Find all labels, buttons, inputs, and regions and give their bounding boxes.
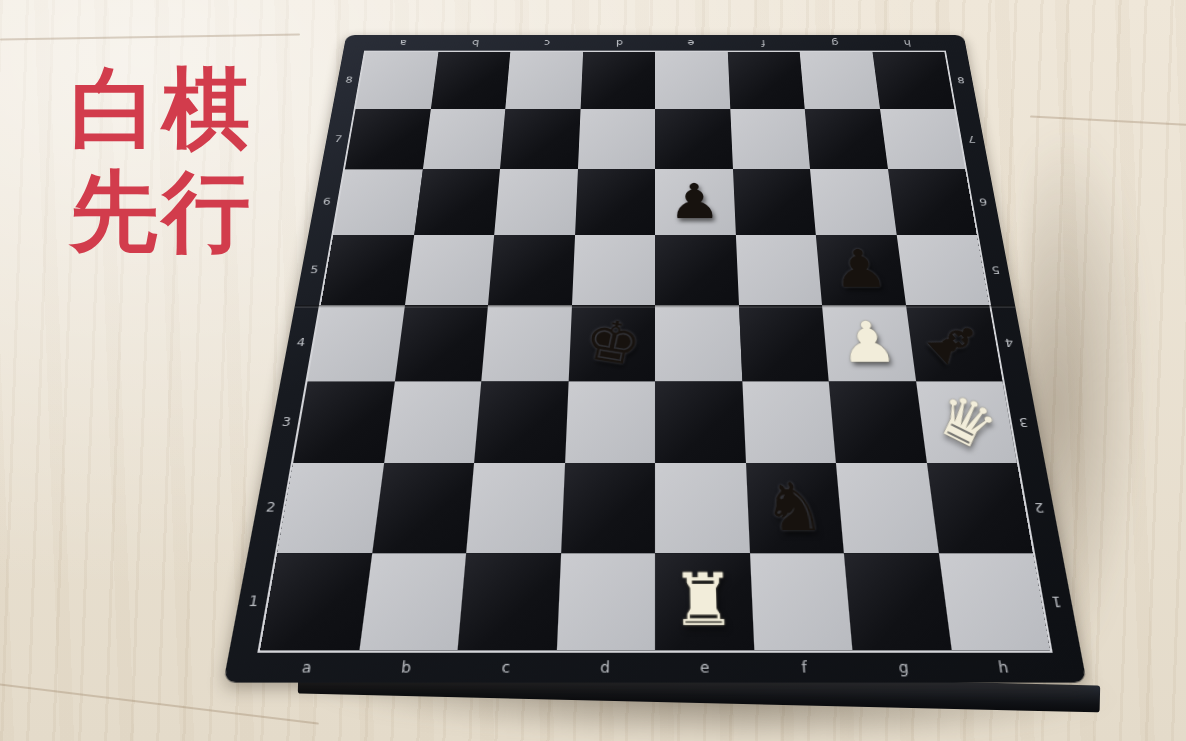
square-h1 bbox=[938, 553, 1050, 651]
square-h4: ♝ bbox=[906, 305, 1003, 381]
square-a6 bbox=[333, 169, 422, 234]
square-h3: ♛ bbox=[916, 381, 1017, 463]
table-plank-seam bbox=[0, 681, 319, 724]
square-c4 bbox=[481, 305, 571, 381]
square-h6 bbox=[888, 169, 977, 234]
file-label-top-e: e bbox=[655, 35, 727, 52]
square-d8 bbox=[580, 52, 655, 109]
square-e6: ♟ bbox=[655, 169, 735, 234]
square-d5 bbox=[572, 235, 656, 305]
square-h8 bbox=[872, 52, 954, 109]
square-a8 bbox=[356, 52, 438, 109]
square-e7 bbox=[655, 109, 733, 170]
square-b5 bbox=[405, 235, 495, 305]
square-g1 bbox=[844, 553, 951, 651]
square-a2 bbox=[277, 463, 383, 552]
file-label-top-d: d bbox=[583, 35, 655, 52]
square-b7 bbox=[422, 109, 505, 170]
square-b1 bbox=[359, 553, 466, 651]
table-plank-seam bbox=[0, 33, 300, 40]
square-g7 bbox=[805, 109, 888, 170]
square-e2 bbox=[655, 463, 749, 552]
caption-line-2: 先行 bbox=[70, 161, 254, 264]
square-b2 bbox=[372, 463, 474, 552]
square-c2 bbox=[466, 463, 564, 552]
square-a1 bbox=[260, 553, 372, 651]
square-a4 bbox=[308, 305, 405, 381]
square-e1: ♜ bbox=[655, 553, 754, 651]
square-c8 bbox=[505, 52, 582, 109]
file-label-top-g: g bbox=[798, 35, 872, 52]
file-label-top-a: a bbox=[366, 35, 441, 52]
file-labels-bottom: abcdefgh bbox=[254, 650, 1055, 682]
square-e3 bbox=[655, 381, 745, 463]
square-c3 bbox=[474, 381, 568, 463]
chess-board: abcdefgh abcdefgh 87654321 87654321 ♟♟♚♟… bbox=[223, 35, 1087, 683]
table-plank-seam bbox=[1030, 116, 1186, 127]
square-f2: ♞ bbox=[745, 463, 843, 552]
file-label-bottom-f: f bbox=[754, 650, 856, 682]
square-h2 bbox=[926, 463, 1032, 552]
square-g5: ♟ bbox=[816, 235, 906, 305]
square-f6 bbox=[733, 169, 816, 234]
file-label-top-b: b bbox=[438, 35, 512, 52]
board-hinge-seam bbox=[295, 305, 1016, 308]
square-e4 bbox=[655, 305, 742, 381]
square-f8 bbox=[727, 52, 804, 109]
square-h5 bbox=[896, 235, 989, 305]
white-rook-e1: ♜ bbox=[655, 553, 754, 651]
square-e5 bbox=[655, 235, 739, 305]
board-grid: ♟♟♚♟♝♛♞♜ bbox=[260, 52, 1050, 650]
square-b8 bbox=[430, 52, 510, 109]
caption-text: 白棋 先行 bbox=[70, 58, 254, 264]
file-label-top-h: h bbox=[870, 35, 945, 52]
square-f1 bbox=[749, 553, 852, 651]
square-b3 bbox=[384, 381, 482, 463]
square-a5 bbox=[321, 235, 414, 305]
square-g3 bbox=[829, 381, 927, 463]
square-f4 bbox=[739, 305, 829, 381]
square-b6 bbox=[414, 169, 500, 234]
square-a3 bbox=[293, 381, 394, 463]
square-c1 bbox=[458, 553, 561, 651]
black-pawn-e6: ♟ bbox=[655, 169, 735, 234]
square-g2 bbox=[836, 463, 938, 552]
file-label-bottom-g: g bbox=[852, 650, 955, 682]
square-c7 bbox=[500, 109, 580, 170]
square-d6 bbox=[575, 169, 655, 234]
square-c5 bbox=[488, 235, 575, 305]
file-label-bottom-d: d bbox=[555, 650, 655, 682]
file-label-bottom-h: h bbox=[951, 650, 1055, 682]
file-label-top-c: c bbox=[510, 35, 583, 52]
square-c6 bbox=[494, 169, 577, 234]
black-pawn-g5: ♟ bbox=[816, 235, 906, 305]
file-label-bottom-c: c bbox=[455, 650, 557, 682]
square-d1 bbox=[556, 553, 655, 651]
file-label-bottom-a: a bbox=[254, 650, 358, 682]
file-label-bottom-e: e bbox=[655, 650, 755, 682]
file-label-top-f: f bbox=[727, 35, 800, 52]
black-king-d4: ♚ bbox=[562, 299, 662, 387]
square-g6 bbox=[810, 169, 896, 234]
square-g8 bbox=[800, 52, 880, 109]
black-knight-f2: ♞ bbox=[745, 463, 843, 552]
square-f7 bbox=[730, 109, 810, 170]
square-f3 bbox=[742, 381, 836, 463]
square-a7 bbox=[345, 109, 431, 170]
video-frame: { "game": "chess", "position": "8/8/4p3/… bbox=[0, 0, 1186, 741]
square-d7 bbox=[577, 109, 655, 170]
square-d4: ♚ bbox=[568, 305, 655, 381]
file-labels-top: abcdefgh bbox=[366, 35, 945, 52]
square-b4 bbox=[394, 305, 488, 381]
square-e8 bbox=[655, 52, 730, 109]
square-d2 bbox=[561, 463, 655, 552]
square-h7 bbox=[880, 109, 966, 170]
square-f5 bbox=[735, 235, 822, 305]
caption-line-1: 白棋 bbox=[70, 58, 254, 161]
square-d3 bbox=[565, 381, 655, 463]
file-label-bottom-b: b bbox=[355, 650, 458, 682]
